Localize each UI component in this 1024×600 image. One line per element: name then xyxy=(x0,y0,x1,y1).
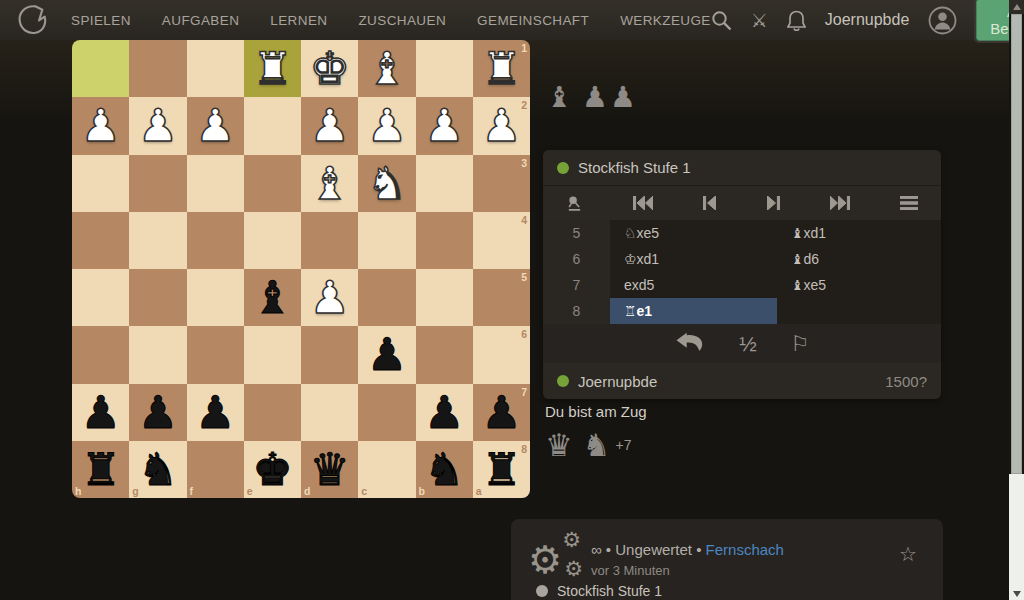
square-c5[interactable] xyxy=(358,269,415,326)
nav-item-aufgaben[interactable]: AUFGABEN xyxy=(162,13,239,28)
rank-label-5: 5 xyxy=(521,271,527,283)
game-info-card: ⚙ ⚙ ⚙ ∞ • Ungewertet • Fernschach vor 3 … xyxy=(511,519,943,600)
square-d5[interactable]: ♟ xyxy=(301,269,358,326)
square-h6[interactable] xyxy=(72,326,129,383)
takeback-undo-icon[interactable] xyxy=(674,331,705,357)
square-e2[interactable] xyxy=(244,97,301,154)
piece-wP-d5: ♟ xyxy=(309,275,349,320)
square-g4[interactable] xyxy=(129,212,186,269)
square-b6[interactable] xyxy=(416,326,473,383)
move-white-7[interactable]: exd5 xyxy=(610,272,777,298)
square-e8[interactable]: ♚e xyxy=(244,441,301,498)
piece-bR-a8: ♜ xyxy=(481,447,521,492)
material-advantage: +7 xyxy=(616,437,632,453)
captured-bP-icon: ♟ xyxy=(610,80,636,114)
next-move-icon[interactable] xyxy=(765,194,782,212)
square-b4[interactable] xyxy=(416,212,473,269)
piece-wB-d3: ♝ xyxy=(309,161,349,206)
square-f6[interactable] xyxy=(187,326,244,383)
online-dot xyxy=(557,375,569,387)
square-a1[interactable]: ♜1 xyxy=(473,40,530,97)
square-g2[interactable]: ♟ xyxy=(129,97,186,154)
page-scrollbar xyxy=(1009,0,1024,600)
chess-board: ♜♚♝♜1♟♟♟♟♟♟♟2♝♞34♝♟5♟6♟♟♟♟♟7♜h♞gf♚e♛dc♞b… xyxy=(72,40,530,498)
square-h5[interactable] xyxy=(72,269,129,326)
piece-bP-a7: ♟ xyxy=(481,390,521,435)
game-meta-prefix: ∞ • Ungewertet • xyxy=(591,541,706,558)
game-time-ago: vor 3 Minuten xyxy=(591,563,670,578)
nav-right: ⚔ Joernupbde App Beenden xyxy=(711,0,1024,41)
square-a3[interactable]: 3 xyxy=(473,155,530,212)
square-h3[interactable] xyxy=(72,155,129,212)
piece-wP-c2: ♟ xyxy=(367,103,407,148)
square-h4[interactable] xyxy=(72,212,129,269)
move-black-8 xyxy=(777,298,941,324)
offline-dot xyxy=(536,585,548,597)
game-actions: ½ ⚐ xyxy=(543,324,941,363)
move-list: 5♘xe5♝xd16♔xd1♝d67exd5♝xe58♖e1 xyxy=(543,220,941,324)
square-f4[interactable] xyxy=(187,212,244,269)
square-c4[interactable] xyxy=(358,212,415,269)
square-g7[interactable]: ♟ xyxy=(129,384,186,441)
square-b7[interactable]: ♟ xyxy=(416,384,473,441)
move-toolbar xyxy=(543,185,941,220)
search-icon[interactable] xyxy=(711,10,732,31)
top-player-row: Stockfish Stufe 1 xyxy=(543,150,941,185)
square-e4[interactable] xyxy=(244,212,301,269)
move-number-8: 8 xyxy=(543,298,610,324)
last-move-icon[interactable] xyxy=(828,194,852,212)
square-d1[interactable]: ♚ xyxy=(301,40,358,97)
square-e7[interactable] xyxy=(244,384,301,441)
square-b1[interactable] xyxy=(416,40,473,97)
captured-by-white-tray: ♝♟♟ xyxy=(546,80,636,114)
nav-item-gemeinschaft[interactable]: GEMEINSCHAFT xyxy=(477,13,589,28)
move-white-5[interactable]: ♘xe5 xyxy=(610,220,777,246)
square-a4[interactable]: 4 xyxy=(473,212,530,269)
piece-bP-f7: ♟ xyxy=(195,390,235,435)
favorite-star-icon[interactable]: ☆ xyxy=(899,542,917,566)
square-d8[interactable]: ♛d xyxy=(301,441,358,498)
card-opponent-row: Stockfish Stufe 1 xyxy=(536,583,662,599)
rank-label-2: 2 xyxy=(521,99,527,111)
rank-label-7: 7 xyxy=(521,386,527,398)
square-f1[interactable] xyxy=(187,40,244,97)
piece-bR-h8: ♜ xyxy=(80,447,120,492)
square-d4[interactable] xyxy=(301,212,358,269)
scrollbar-down-arrow[interactable] xyxy=(1009,588,1024,600)
move-white-8[interactable]: ♖e1 xyxy=(610,298,777,324)
square-b2[interactable]: ♟ xyxy=(416,97,473,154)
piece-bK-e8: ♚ xyxy=(252,447,292,492)
square-a5[interactable]: 5 xyxy=(473,269,530,326)
square-g5[interactable] xyxy=(129,269,186,326)
move-black-6[interactable]: ♝d6 xyxy=(777,246,941,272)
piece-wR-e1: ♜ xyxy=(252,46,292,91)
move-number-6: 6 xyxy=(543,246,610,272)
nav-item-zuschauen[interactable]: ZUSCHAUEN xyxy=(358,13,446,28)
piece-bQ-d8: ♛ xyxy=(309,447,349,492)
square-c1[interactable]: ♝ xyxy=(358,40,415,97)
piece-bN-g8: ♞ xyxy=(138,447,178,492)
rank-label-6: 6 xyxy=(521,328,527,340)
rank-label-4: 4 xyxy=(521,214,527,226)
bottom-player-row: Joernupbde 1500? xyxy=(543,363,941,399)
square-g6[interactable] xyxy=(129,326,186,383)
square-f7[interactable]: ♟ xyxy=(187,384,244,441)
piece-wP-h2: ♟ xyxy=(80,103,120,148)
resign-flag-icon[interactable]: ⚐ xyxy=(791,332,810,356)
bottom-player-name[interactable]: Joernupbde xyxy=(578,373,657,390)
nav-item-spielen[interactable]: SPIELEN xyxy=(71,13,131,28)
square-e1[interactable]: ♜ xyxy=(244,40,301,97)
piece-wP-d2: ♟ xyxy=(309,103,349,148)
piece-bB-e5: ♝ xyxy=(252,275,292,320)
square-h7[interactable]: ♟ xyxy=(72,384,129,441)
avatar-icon[interactable] xyxy=(928,6,957,35)
square-d3[interactable]: ♝ xyxy=(301,155,358,212)
square-a8[interactable]: ♜8a xyxy=(473,441,530,498)
file-label-a: a xyxy=(476,485,482,497)
analysis-microscope-icon[interactable] xyxy=(564,193,585,214)
file-label-g: g xyxy=(132,485,138,497)
square-a2[interactable]: ♟2 xyxy=(473,97,530,154)
square-g3[interactable] xyxy=(129,155,186,212)
scrollbar-track-lower[interactable] xyxy=(1009,474,1024,588)
notifications-bell-icon[interactable] xyxy=(787,10,806,31)
captured-wQ-icon: ♛ xyxy=(545,427,573,463)
square-e3[interactable] xyxy=(244,155,301,212)
square-c8[interactable]: c xyxy=(358,441,415,498)
square-e5[interactable]: ♝ xyxy=(244,269,301,326)
square-f3[interactable] xyxy=(187,155,244,212)
rank-label-3: 3 xyxy=(521,157,527,169)
nav-item-lernen[interactable]: LERNEN xyxy=(270,13,327,28)
file-label-c: c xyxy=(361,485,367,497)
square-f5[interactable] xyxy=(187,269,244,326)
square-h1[interactable] xyxy=(72,40,129,97)
piece-wR-a1: ♜ xyxy=(481,46,521,91)
square-h2[interactable]: ♟ xyxy=(72,97,129,154)
square-c2[interactable]: ♟ xyxy=(358,97,415,154)
bottom-player-rating: 1500? xyxy=(885,373,927,390)
file-label-d: d xyxy=(304,485,310,497)
top-player-name[interactable]: Stockfish Stufe 1 xyxy=(578,159,691,176)
piece-bP-h7: ♟ xyxy=(80,390,120,435)
nav-username[interactable]: Joernupbde xyxy=(825,11,910,29)
scrollbar-thumb[interactable] xyxy=(1011,14,1022,474)
file-label-e: e xyxy=(247,485,253,497)
square-b5[interactable] xyxy=(416,269,473,326)
square-c3[interactable]: ♞ xyxy=(358,155,415,212)
online-dot xyxy=(557,162,569,174)
piece-wP-f2: ♟ xyxy=(195,103,235,148)
square-c6[interactable]: ♟ xyxy=(358,326,415,383)
menu-hamburger-icon[interactable] xyxy=(898,194,920,212)
square-f8[interactable]: f xyxy=(187,441,244,498)
square-b3[interactable] xyxy=(416,155,473,212)
square-h8[interactable]: ♜h xyxy=(72,441,129,498)
file-label-h: h xyxy=(75,485,81,497)
square-d2[interactable]: ♟ xyxy=(301,97,358,154)
file-label-b: b xyxy=(419,485,425,497)
piece-wK-d1: ♚ xyxy=(309,46,349,91)
piece-bP-c6: ♟ xyxy=(367,332,407,377)
square-a6[interactable]: 6 xyxy=(473,326,530,383)
square-b8[interactable]: ♞b xyxy=(416,441,473,498)
piece-wP-b2: ♟ xyxy=(424,103,464,148)
move-number-7: 7 xyxy=(543,272,610,298)
top-nav: SPIELENAUFGABENLERNENZUSCHAUENGEMEINSCHA… xyxy=(0,0,1024,40)
square-g1[interactable] xyxy=(129,40,186,97)
nav-menu: SPIELENAUFGABENLERNENZUSCHAUENGEMEINSCHA… xyxy=(71,13,711,28)
rank-label-8: 8 xyxy=(521,443,527,455)
move-black-7[interactable]: ♝xe5 xyxy=(777,272,941,298)
game-panel: Stockfish Stufe 1 xyxy=(543,150,941,399)
square-d6[interactable] xyxy=(301,326,358,383)
square-d7[interactable] xyxy=(301,384,358,441)
captured-wN-icon: ♞ xyxy=(583,427,611,463)
captured-bB-icon: ♝ xyxy=(546,80,572,114)
square-f2[interactable]: ♟ xyxy=(187,97,244,154)
card-opponent-name[interactable]: Stockfish Stufe 1 xyxy=(557,583,662,599)
piece-wP-g2: ♟ xyxy=(138,103,178,148)
piece-bP-b7: ♟ xyxy=(424,390,464,435)
lichess-logo-icon[interactable] xyxy=(15,4,49,36)
first-move-icon[interactable] xyxy=(631,194,655,212)
captured-bP-icon: ♟ xyxy=(582,80,608,114)
move-white-6[interactable]: ♔xd1 xyxy=(610,246,777,272)
square-c7[interactable] xyxy=(358,384,415,441)
draw-offer-button[interactable]: ½ xyxy=(739,332,757,356)
scrollbar-up-arrow[interactable] xyxy=(1009,0,1024,14)
nav-item-werkzeuge[interactable]: WERKZEUGE xyxy=(620,13,711,28)
piece-bP-g7: ♟ xyxy=(138,390,178,435)
correspondence-gears-icon: ⚙ ⚙ ⚙ xyxy=(528,532,584,586)
square-e6[interactable] xyxy=(244,326,301,383)
previous-move-icon[interactable] xyxy=(701,194,718,212)
move-black-5[interactable]: ♝xd1 xyxy=(777,220,941,246)
fernschach-link[interactable]: Fernschach xyxy=(706,541,784,558)
piece-wP-a2: ♟ xyxy=(481,103,521,148)
captured-by-black-tray: ♛♞+7 xyxy=(545,427,632,463)
piece-wN-c3: ♞ xyxy=(367,161,407,206)
piece-wB-c1: ♝ xyxy=(367,46,407,91)
rank-label-1: 1 xyxy=(521,42,527,54)
piece-bN-b8: ♞ xyxy=(424,447,464,492)
turn-status-text: Du bist am Zug xyxy=(545,403,647,420)
move-number-5: 5 xyxy=(543,220,610,246)
challenge-swords-icon[interactable]: ⚔ xyxy=(751,9,768,31)
square-a7[interactable]: ♟7 xyxy=(473,384,530,441)
file-label-f: f xyxy=(190,485,194,497)
square-g8[interactable]: ♞g xyxy=(129,441,186,498)
game-meta-line: ∞ • Ungewertet • Fernschach xyxy=(591,541,784,558)
